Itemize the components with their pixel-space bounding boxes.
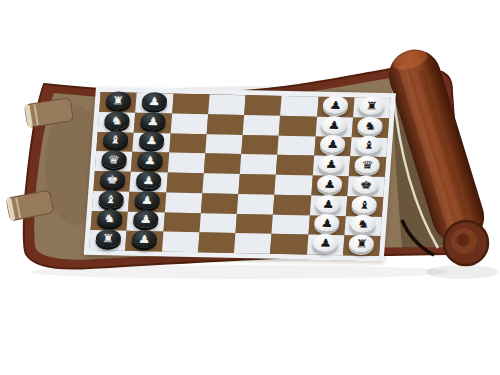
board-square[interactable]: ♞ — [351, 117, 389, 137]
board-square[interactable]: ♝ — [350, 137, 388, 157]
board-square[interactable]: ♝ — [346, 196, 384, 216]
piece-symbol: ♟ — [320, 218, 333, 229]
board-square[interactable] — [201, 193, 239, 213]
board-square[interactable]: ♟ — [127, 211, 165, 231]
piece-symbol: ♜ — [101, 233, 114, 244]
board-square[interactable]: ♟ — [128, 191, 166, 211]
chess-piece-wP[interactable]: ♟ — [322, 96, 348, 114]
board-square[interactable] — [206, 114, 244, 134]
piece-symbol: ♞ — [103, 213, 116, 224]
piece-symbol: ♛ — [361, 159, 374, 170]
board-square[interactable] — [270, 234, 308, 254]
board-square[interactable] — [205, 134, 243, 154]
piece-symbol: ♟ — [148, 96, 161, 107]
piece-symbol: ♜ — [111, 95, 124, 106]
board-square[interactable] — [279, 116, 317, 136]
board-square[interactable]: ♛ — [95, 151, 133, 171]
board-square[interactable]: ♝ — [92, 191, 130, 211]
board-square[interactable] — [244, 95, 282, 115]
chess-piece-bP[interactable]: ♟ — [138, 131, 164, 149]
piece-symbol: ♟ — [323, 178, 336, 189]
board-square[interactable]: ♟ — [306, 235, 344, 255]
piece-symbol: ♟ — [142, 174, 155, 185]
board-square[interactable]: ♟ — [134, 113, 172, 133]
chess-board[interactable]: ♜♟♟♜♞♟♟♞♝♟♟♝♛♟♟♛♚♟♟♚♝♟♟♝♞♟♟♞♜♟♟♜ — [84, 87, 396, 261]
board-square[interactable]: ♟ — [135, 93, 173, 113]
board-square[interactable] — [243, 115, 281, 135]
chess-piece-wP[interactable]: ♟ — [312, 234, 338, 252]
chess-piece-bP[interactable]: ♟ — [134, 190, 160, 208]
chess-piece-bP[interactable]: ♟ — [141, 92, 167, 110]
board-square[interactable]: ♜ — [353, 97, 391, 117]
board-square[interactable] — [235, 213, 273, 233]
piece-symbol: ♞ — [356, 218, 369, 229]
piece-symbol: ♞ — [364, 120, 377, 131]
roll-shadow — [426, 265, 498, 279]
board-square[interactable] — [170, 113, 208, 133]
chess-piece-wP[interactable]: ♟ — [314, 214, 340, 232]
board-square[interactable]: ♟ — [311, 176, 349, 196]
chess-piece-wQ[interactable]: ♛ — [354, 156, 380, 174]
chess-piece-bR[interactable]: ♜ — [95, 229, 121, 247]
board-square[interactable] — [276, 155, 314, 175]
board-square[interactable]: ♟ — [309, 195, 347, 215]
board-square[interactable]: ♟ — [131, 152, 169, 172]
piece-symbol: ♟ — [143, 155, 156, 166]
board-square[interactable]: ♟ — [125, 231, 163, 251]
board-square[interactable]: ♟ — [133, 132, 171, 152]
chess-piece-bP[interactable]: ♟ — [140, 112, 166, 130]
chess-piece-bQ[interactable]: ♛ — [101, 150, 127, 168]
chess-piece-bR[interactable]: ♜ — [105, 91, 131, 109]
board-square[interactable] — [208, 94, 246, 114]
board-square[interactable] — [162, 232, 200, 252]
board-square[interactable]: ♟ — [314, 136, 352, 156]
chess-piece-bN[interactable]: ♞ — [104, 111, 130, 129]
board-square[interactable] — [164, 192, 202, 212]
chess-piece-wP[interactable]: ♟ — [320, 135, 346, 153]
board-square[interactable]: ♞ — [344, 216, 382, 236]
chess-piece-wR[interactable]: ♜ — [349, 234, 375, 252]
piece-symbol: ♟ — [139, 214, 152, 225]
travel-chess-set-photo: ♜♟♟♜♞♟♟♞♝♟♟♝♛♟♟♛♚♟♟♚♝♟♟♝♞♟♟♞♜♟♟♜ — [0, 0, 500, 375]
board-square[interactable]: ♜ — [99, 92, 137, 112]
chess-piece-wP[interactable]: ♟ — [317, 175, 343, 193]
board-square[interactable] — [169, 133, 207, 153]
chess-piece-bP[interactable]: ♟ — [137, 151, 163, 169]
board-square[interactable]: ♟ — [315, 116, 353, 136]
piece-symbol: ♟ — [327, 119, 340, 130]
chess-piece-bP[interactable]: ♟ — [133, 210, 159, 228]
board-square[interactable]: ♛ — [349, 157, 387, 177]
board-square[interactable]: ♜ — [89, 230, 127, 250]
board-square[interactable] — [198, 232, 236, 252]
board-square[interactable]: ♞ — [90, 210, 128, 230]
piece-symbol: ♝ — [104, 193, 117, 204]
piece-symbol: ♝ — [109, 134, 122, 145]
chess-piece-wP[interactable]: ♟ — [321, 115, 347, 133]
board-square[interactable] — [237, 194, 275, 214]
board-square[interactable]: ♞ — [98, 112, 136, 132]
board-square[interactable] — [163, 212, 201, 232]
chess-piece-wN[interactable]: ♞ — [350, 215, 376, 233]
piece-symbol: ♚ — [106, 174, 119, 185]
board-square[interactable] — [172, 94, 210, 114]
board-square[interactable]: ♟ — [317, 97, 355, 117]
piece-symbol: ♟ — [325, 158, 338, 169]
piece-symbol: ♛ — [107, 154, 120, 165]
piece-symbol: ♟ — [319, 237, 332, 248]
board-square[interactable] — [280, 96, 318, 116]
board-square[interactable] — [240, 154, 278, 174]
piece-symbol: ♟ — [140, 194, 153, 205]
chess-piece-wB[interactable]: ♝ — [351, 195, 377, 213]
chess-piece-bB[interactable]: ♝ — [102, 131, 128, 149]
board-square[interactable] — [238, 174, 276, 194]
board-square[interactable] — [166, 173, 204, 193]
piece-symbol: ♜ — [355, 238, 368, 249]
piece-symbol: ♞ — [110, 114, 123, 125]
board-square[interactable]: ♚ — [93, 171, 131, 191]
board-square[interactable] — [202, 173, 240, 193]
board-square[interactable]: ♚ — [347, 176, 385, 196]
board-square[interactable] — [167, 153, 205, 173]
piece-symbol: ♝ — [358, 199, 371, 210]
piece-symbol: ♟ — [322, 198, 335, 209]
chess-piece-wK[interactable]: ♚ — [353, 175, 379, 193]
piece-symbol: ♜ — [365, 100, 378, 111]
board-square[interactable] — [272, 214, 310, 234]
roll-end-cap-core — [457, 234, 470, 247]
chess-piece-bB[interactable]: ♝ — [98, 190, 124, 208]
board-square[interactable] — [204, 154, 242, 174]
board-square[interactable] — [275, 175, 313, 195]
board-square[interactable]: ♟ — [308, 215, 346, 235]
chess-piece-wR[interactable]: ♜ — [359, 96, 385, 114]
chess-piece-bP[interactable]: ♟ — [135, 171, 161, 189]
board-square[interactable] — [241, 135, 279, 155]
chess-piece-wN[interactable]: ♞ — [357, 116, 383, 134]
board-square[interactable]: ♟ — [130, 172, 168, 192]
board-square[interactable] — [234, 233, 272, 253]
piece-symbol: ♚ — [359, 179, 372, 190]
board-square[interactable]: ♜ — [343, 235, 381, 255]
board-square[interactable] — [199, 213, 237, 233]
board-square[interactable]: ♝ — [96, 132, 134, 152]
chess-piece-wB[interactable]: ♝ — [356, 136, 382, 154]
chess-piece-wP[interactable]: ♟ — [318, 155, 344, 173]
board-square[interactable]: ♟ — [312, 156, 350, 176]
piece-symbol: ♝ — [362, 140, 375, 151]
chess-piece-wP[interactable]: ♟ — [315, 194, 341, 212]
board-square[interactable] — [273, 195, 311, 215]
piece-symbol: ♟ — [326, 139, 339, 150]
chess-piece-bN[interactable]: ♞ — [96, 209, 122, 227]
piece-symbol: ♟ — [146, 115, 159, 126]
piece-symbol: ♟ — [329, 99, 342, 110]
piece-symbol: ♟ — [138, 234, 151, 245]
piece-symbol: ♟ — [145, 135, 158, 146]
chess-piece-bK[interactable]: ♚ — [99, 170, 125, 188]
board-square[interactable] — [277, 135, 315, 155]
chess-piece-bP[interactable]: ♟ — [131, 230, 157, 248]
